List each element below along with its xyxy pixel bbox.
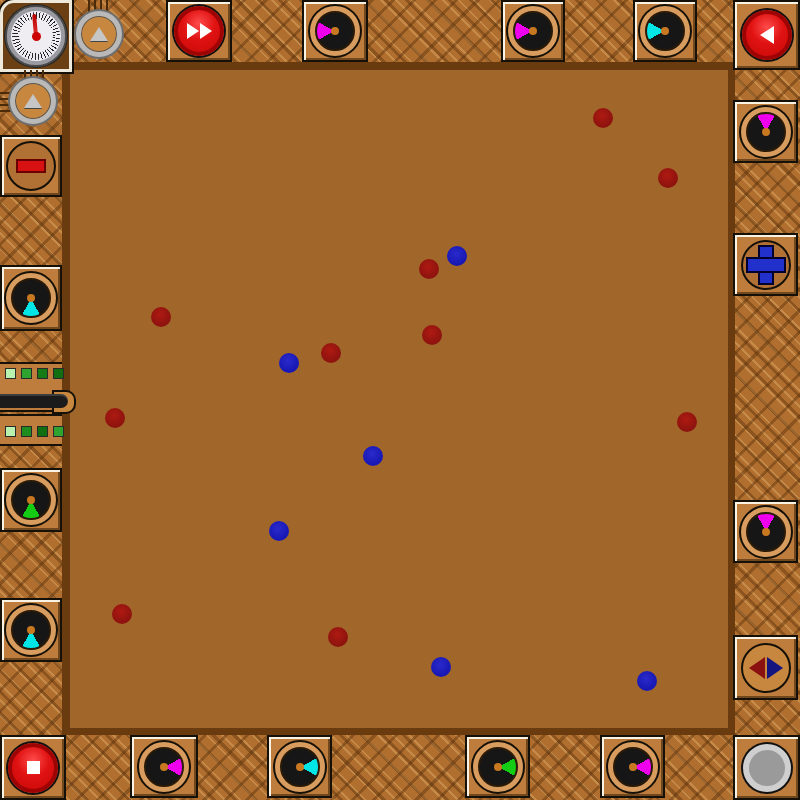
marble-blue[interactable] bbox=[637, 671, 657, 691]
marble-red[interactable] bbox=[422, 325, 442, 345]
marble-red[interactable] bbox=[105, 408, 125, 428]
marble-red[interactable] bbox=[658, 168, 678, 188]
marble-red[interactable] bbox=[328, 627, 348, 647]
marble-machine-window bbox=[0, 0, 800, 800]
pieces-layer bbox=[0, 0, 800, 800]
marble-blue[interactable] bbox=[363, 446, 383, 466]
marble-blue[interactable] bbox=[269, 521, 289, 541]
marble-red[interactable] bbox=[677, 412, 697, 432]
marble-blue[interactable] bbox=[279, 353, 299, 373]
marble-red[interactable] bbox=[419, 259, 439, 279]
marble-red[interactable] bbox=[321, 343, 341, 363]
marble-red[interactable] bbox=[112, 604, 132, 624]
marble-blue[interactable] bbox=[431, 657, 451, 677]
marble-red[interactable] bbox=[151, 307, 171, 327]
marble-red[interactable] bbox=[593, 108, 613, 128]
plus-icon-core bbox=[760, 259, 772, 271]
marble-blue[interactable] bbox=[447, 246, 467, 266]
